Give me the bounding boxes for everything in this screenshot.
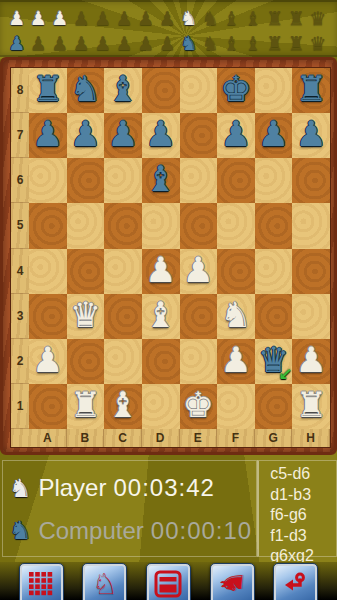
rank-label-8: 8 — [11, 68, 29, 113]
square-b4[interactable] — [67, 249, 105, 294]
piece-black-pawn[interactable]: ♟ — [70, 117, 101, 152]
piece-black-knight[interactable]: ♞ — [70, 72, 101, 107]
square-d1[interactable] — [142, 384, 180, 429]
slot-black-pawn: ♟ — [71, 32, 93, 55]
piece-black-pawn[interactable]: ♟ — [258, 117, 289, 152]
square-g6[interactable] — [255, 158, 293, 203]
square-f2[interactable]: ♟ — [217, 339, 255, 384]
square-g2[interactable]: ♛↙ — [255, 339, 293, 384]
slot-white-bishop: ♝ — [221, 7, 243, 30]
undo-move-button[interactable] — [273, 563, 318, 600]
square-d8[interactable] — [142, 68, 180, 113]
board-halves-icon — [154, 570, 182, 598]
slot-black-pawn: ♟ — [135, 32, 157, 55]
piece-white-rook[interactable]: ♜ — [295, 388, 326, 423]
square-b7[interactable]: ♟ — [67, 113, 105, 158]
square-e8[interactable] — [180, 68, 218, 113]
lying-knight-icon: ♞ — [217, 568, 249, 597]
chess-app-screen: ♟♟♟♟♟♟♟♟♞♞♝♝♜♜♛ ♟♟♟♟♟♟♟♟♞♞♝♝♜♜♛ 8♜♞♝♚♜7♟… — [0, 0, 337, 600]
square-h4[interactable] — [292, 249, 330, 294]
square-g8[interactable] — [255, 68, 293, 113]
square-h3[interactable] — [292, 294, 330, 339]
slot-white-bishop: ♝ — [243, 7, 265, 30]
square-h1[interactable]: ♜ — [292, 384, 330, 429]
board-grid-button[interactable] — [19, 563, 64, 600]
piece-black-pawn[interactable]: ♟ — [220, 117, 251, 152]
player-time: 00:03:42 — [113, 474, 214, 502]
slot-black-rook: ♜ — [286, 32, 308, 55]
captured-black-pawn: ♟ — [6, 32, 28, 55]
piece-white-bishop[interactable]: ♝ — [145, 298, 176, 333]
square-b2[interactable] — [67, 339, 105, 384]
slot-white-pawn: ♟ — [157, 7, 179, 30]
piece-white-pawn[interactable]: ♟ — [220, 343, 251, 378]
piece-white-queen[interactable]: ♛ — [70, 298, 101, 333]
knight-icon: ♘ — [92, 570, 118, 599]
slot-white-pawn: ♟ — [114, 7, 136, 30]
captured-white-pawn: ♟ — [49, 7, 71, 30]
square-c6[interactable] — [104, 158, 142, 203]
square-g5[interactable] — [255, 203, 293, 248]
square-c1[interactable]: ♝ — [104, 384, 142, 429]
square-e1[interactable]: ♚ — [180, 384, 218, 429]
square-c7[interactable]: ♟ — [104, 113, 142, 158]
slot-black-pawn: ♟ — [157, 32, 179, 55]
square-h2[interactable]: ♟ — [292, 339, 330, 384]
slot-black-pawn: ♟ — [49, 32, 71, 55]
square-e4[interactable]: ♟ — [180, 249, 218, 294]
square-d5[interactable] — [142, 203, 180, 248]
move-item: c5-d6 — [270, 464, 336, 485]
square-c2[interactable] — [104, 339, 142, 384]
lying-knight-button[interactable]: ♞ — [210, 563, 255, 600]
board-halves-button[interactable] — [146, 563, 191, 600]
grid-icon — [28, 571, 54, 597]
square-h5[interactable] — [292, 203, 330, 248]
square-f1[interactable] — [217, 384, 255, 429]
captured-white-pawn: ♟ — [6, 7, 28, 30]
rank-label-2: 2 — [11, 339, 29, 384]
chess-board[interactable]: 8♜♞♝♚♜7♟♟♟♟♟♟♟6♝54♟♟3♛♝♞2♟♟♛↙♟1♜♝♚♜ABCDE… — [10, 67, 331, 448]
captured-pieces-tray: ♟♟♟♟♟♟♟♟♞♞♝♝♜♜♛ ♟♟♟♟♟♟♟♟♞♞♝♝♜♜♛ — [0, 0, 337, 57]
move-item: d1-b3 — [270, 485, 336, 506]
slot-white-queen: ♛ — [307, 7, 329, 30]
square-g1[interactable] — [255, 384, 293, 429]
piece-white-bishop[interactable]: ♝ — [107, 388, 138, 423]
square-a2[interactable]: ♟ — [29, 339, 67, 384]
square-d4[interactable]: ♟ — [142, 249, 180, 294]
rank-label-1: 1 — [11, 384, 29, 429]
player-label: Player — [38, 474, 106, 502]
square-a7[interactable]: ♟ — [29, 113, 67, 158]
piece-black-pawn[interactable]: ♟ — [107, 117, 138, 152]
slot-white-rook: ♜ — [264, 7, 286, 30]
chess-board-frame: 8♜♞♝♚♜7♟♟♟♟♟♟♟6♝54♟♟3♛♝♞2♟♟♛↙♟1♜♝♚♜ABCDE… — [0, 57, 337, 455]
square-a1[interactable] — [29, 384, 67, 429]
square-b5[interactable] — [67, 203, 105, 248]
rank-label-3: 3 — [11, 294, 29, 339]
move-item: f6-g6 — [270, 505, 336, 526]
file-label-f: F — [217, 429, 255, 447]
square-g7[interactable]: ♟ — [255, 113, 293, 158]
player-clock-row: ♞ Player 00:03:42 — [9, 474, 252, 502]
piece-white-pawn[interactable]: ♟ — [32, 343, 63, 378]
slot-black-pawn: ♟ — [114, 32, 136, 55]
square-d6[interactable]: ♝ — [142, 158, 180, 203]
square-e5[interactable] — [180, 203, 218, 248]
square-a3[interactable] — [29, 294, 67, 339]
square-h6[interactable] — [292, 158, 330, 203]
slot-white-rook: ♜ — [286, 7, 308, 30]
slot-black-pawn: ♟ — [92, 32, 114, 55]
piece-white-pawn[interactable]: ♟ — [183, 253, 214, 288]
piece-white-pawn[interactable]: ♟ — [145, 253, 176, 288]
file-label-g: G — [255, 429, 293, 447]
file-label-a: A — [29, 429, 67, 447]
clocks-box: ♞ Player 00:03:42 ♞ Computer 00:00:10 — [2, 460, 257, 557]
square-b1[interactable]: ♜ — [67, 384, 105, 429]
square-e2[interactable] — [180, 339, 218, 384]
square-f5[interactable] — [217, 203, 255, 248]
square-d2[interactable] — [142, 339, 180, 384]
square-e7[interactable] — [180, 113, 218, 158]
square-f3[interactable]: ♞ — [217, 294, 255, 339]
undo-arrow-icon — [282, 570, 310, 598]
piece-black-king[interactable]: ♚ — [220, 72, 251, 107]
slot-black-bishop: ♝ — [243, 32, 265, 55]
captured-black-knight: ♞ — [178, 32, 200, 55]
square-c5[interactable] — [104, 203, 142, 248]
square-e6[interactable] — [180, 158, 218, 203]
square-b3[interactable]: ♛ — [67, 294, 105, 339]
square-c3[interactable] — [104, 294, 142, 339]
square-f4[interactable] — [217, 249, 255, 294]
white-knight-icon: ♞ — [9, 476, 31, 501]
computer-clock-row: ♞ Computer 00:00:10 — [9, 517, 252, 545]
file-label-e: E — [180, 429, 218, 447]
square-f6[interactable] — [217, 158, 255, 203]
slot-black-bishop: ♝ — [221, 32, 243, 55]
square-d7[interactable]: ♟ — [142, 113, 180, 158]
square-a8[interactable]: ♜ — [29, 68, 67, 113]
move-list[interactable]: c5-d6d1-b3f6-g6f1-d3g6xg2 — [257, 460, 337, 557]
blue-knight-icon: ♞ — [9, 518, 31, 543]
square-h8[interactable]: ♜ — [292, 68, 330, 113]
square-g4[interactable] — [255, 249, 293, 294]
square-c4[interactable] — [104, 249, 142, 294]
captured-white-knight: ♞ — [178, 7, 200, 30]
piece-black-pawn[interactable]: ♟ — [32, 117, 63, 152]
slot-black-knight: ♞ — [200, 32, 222, 55]
computer-label: Computer — [38, 517, 143, 545]
computer-time: 00:00:10 — [151, 517, 252, 545]
slot-white-pawn: ♟ — [92, 7, 114, 30]
square-d3[interactable]: ♝ — [142, 294, 180, 339]
piece-black-rook[interactable]: ♜ — [295, 72, 326, 107]
piece-white-knight[interactable]: ♞ — [220, 298, 251, 333]
square-a6[interactable] — [29, 158, 67, 203]
slot-black-queen: ♛ — [307, 32, 329, 55]
piece-white-rook[interactable]: ♜ — [70, 388, 101, 423]
piece-white-pawn[interactable]: ♟ — [295, 343, 326, 378]
file-label-d: D — [142, 429, 180, 447]
bottom-toolbar: ♘ ♞ — [0, 562, 337, 600]
square-a5[interactable] — [29, 203, 67, 248]
captured-white-row: ♟♟♟♟♟♟♟♟♞♞♝♝♜♜♛ — [6, 5, 337, 30]
rank-label-7: 7 — [11, 113, 29, 158]
slot-white-pawn: ♟ — [71, 7, 93, 30]
square-c8[interactable]: ♝ — [104, 68, 142, 113]
square-g3[interactable] — [255, 294, 293, 339]
piece-white-king[interactable]: ♚ — [183, 388, 214, 423]
coord-corner — [11, 429, 29, 447]
square-b6[interactable] — [67, 158, 105, 203]
piece-black-bishop[interactable]: ♝ — [107, 72, 138, 107]
piece-black-pawn[interactable]: ♟ — [145, 117, 176, 152]
piece-black-bishop[interactable]: ♝ — [145, 162, 176, 197]
square-e3[interactable] — [180, 294, 218, 339]
slot-white-pawn: ♟ — [135, 7, 157, 30]
piece-black-pawn[interactable]: ♟ — [295, 117, 326, 152]
captured-white-pawn: ♟ — [28, 7, 50, 30]
square-f7[interactable]: ♟ — [217, 113, 255, 158]
captured-black-row: ♟♟♟♟♟♟♟♟♞♞♝♝♜♜♛ — [6, 30, 337, 55]
info-panel: ♞ Player 00:03:42 ♞ Computer 00:00:10 c5… — [0, 455, 337, 562]
rank-label-6: 6 — [11, 158, 29, 203]
slot-white-knight: ♞ — [200, 7, 222, 30]
file-label-h: H — [292, 429, 330, 447]
file-label-b: B — [67, 429, 105, 447]
piece-black-rook[interactable]: ♜ — [32, 72, 63, 107]
square-f8[interactable]: ♚ — [217, 68, 255, 113]
rank-label-4: 4 — [11, 249, 29, 294]
move-item: f1-d3 — [270, 526, 336, 547]
slot-black-rook: ♜ — [264, 32, 286, 55]
slot-black-pawn: ♟ — [28, 32, 50, 55]
knight-outline-button[interactable]: ♘ — [82, 563, 127, 600]
last-move-arrow-icon: ↙ — [278, 364, 292, 384]
file-label-c: C — [104, 429, 142, 447]
square-a4[interactable] — [29, 249, 67, 294]
square-b8[interactable]: ♞ — [67, 68, 105, 113]
rank-label-5: 5 — [11, 203, 29, 248]
square-h7[interactable]: ♟ — [292, 113, 330, 158]
